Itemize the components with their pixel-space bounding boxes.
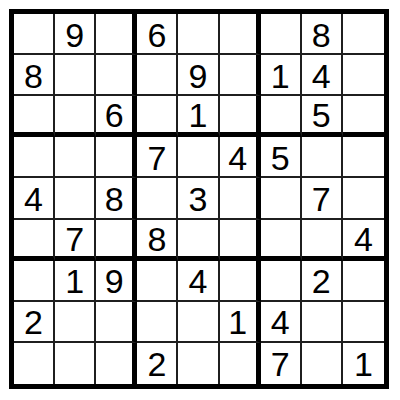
given-digit: 4	[24, 182, 43, 216]
given-digit: 2	[24, 305, 43, 339]
given-digit: 1	[354, 347, 373, 381]
cell-r4c5[interactable]	[178, 137, 219, 178]
cell-r8c9[interactable]	[343, 302, 384, 343]
cell-r1c7[interactable]	[261, 14, 302, 55]
cell-r8c4[interactable]	[137, 302, 178, 343]
given-digit: 4	[228, 141, 247, 175]
cell-r2c4[interactable]	[137, 55, 178, 96]
cell-r6c3[interactable]	[96, 220, 137, 261]
cell-r2c8[interactable]: 4	[302, 55, 343, 96]
cell-r2c9[interactable]	[343, 55, 384, 96]
cell-r4c9[interactable]	[343, 137, 384, 178]
cell-r7c6[interactable]	[220, 261, 261, 302]
cell-r1c6[interactable]	[220, 14, 261, 55]
cell-r6c9[interactable]: 4	[343, 220, 384, 261]
cell-r4c3[interactable]	[96, 137, 137, 178]
cell-r2c1[interactable]: 8	[14, 55, 55, 96]
cell-r6c2[interactable]: 7	[55, 220, 96, 261]
cell-r5c5[interactable]: 3	[178, 178, 219, 219]
given-digit: 1	[271, 59, 290, 93]
given-digit: 1	[65, 264, 84, 298]
cell-r2c2[interactable]	[55, 55, 96, 96]
cell-r1c2[interactable]: 9	[55, 14, 96, 55]
given-digit: 9	[65, 18, 84, 52]
cell-r7c8[interactable]: 2	[302, 261, 343, 302]
cell-r6c7[interactable]	[261, 220, 302, 261]
cell-r4c4[interactable]: 7	[137, 137, 178, 178]
cell-r5c4[interactable]	[137, 178, 178, 219]
given-digit: 7	[65, 222, 84, 256]
cell-r7c2[interactable]: 1	[55, 261, 96, 302]
cell-r3c1[interactable]	[14, 96, 55, 137]
cell-r3c4[interactable]	[137, 96, 178, 137]
given-digit: 1	[189, 98, 208, 132]
cell-r9c7[interactable]: 7	[261, 343, 302, 384]
cell-r9c9[interactable]: 1	[343, 343, 384, 384]
cell-r9c2[interactable]	[55, 343, 96, 384]
cell-r9c3[interactable]	[96, 343, 137, 384]
given-digit: 4	[354, 222, 373, 256]
cell-r2c3[interactable]	[96, 55, 137, 96]
given-digit: 4	[189, 264, 208, 298]
cell-r8c2[interactable]	[55, 302, 96, 343]
given-digit: 4	[271, 305, 290, 339]
cell-r1c9[interactable]	[343, 14, 384, 55]
cell-r1c3[interactable]	[96, 14, 137, 55]
given-digit: 9	[189, 59, 208, 93]
cell-r2c5[interactable]: 9	[178, 55, 219, 96]
cell-r6c6[interactable]	[220, 220, 261, 261]
given-digit: 6	[105, 98, 124, 132]
sudoku-screenshot: 968891461574548377841942214271	[0, 0, 400, 400]
given-digit: 7	[271, 347, 290, 381]
cell-r9c1[interactable]	[14, 343, 55, 384]
given-digit: 9	[105, 264, 124, 298]
cell-r2c7[interactable]: 1	[261, 55, 302, 96]
cell-r3c2[interactable]	[55, 96, 96, 137]
given-digit: 2	[312, 264, 331, 298]
cell-r4c6[interactable]: 4	[220, 137, 261, 178]
cell-r5c1[interactable]: 4	[14, 178, 55, 219]
given-digit: 4	[312, 59, 331, 93]
sudoku-board: 968891461574548377841942214271	[9, 9, 389, 389]
cell-r5c3[interactable]: 8	[96, 178, 137, 219]
cell-r4c7[interactable]: 5	[261, 137, 302, 178]
cell-r8c3[interactable]	[96, 302, 137, 343]
given-digit: 5	[312, 98, 331, 132]
cell-r8c5[interactable]	[178, 302, 219, 343]
cell-r5c7[interactable]	[261, 178, 302, 219]
cell-r4c8[interactable]	[302, 137, 343, 178]
cell-r3c3[interactable]: 6	[96, 96, 137, 137]
cell-r9c4[interactable]: 2	[137, 343, 178, 384]
cell-r3c7[interactable]	[261, 96, 302, 137]
cell-r7c7[interactable]	[261, 261, 302, 302]
cell-r9c5[interactable]	[178, 343, 219, 384]
cell-r8c8[interactable]	[302, 302, 343, 343]
cell-r2c6[interactable]	[220, 55, 261, 96]
cell-r7c9[interactable]	[343, 261, 384, 302]
cell-r7c4[interactable]	[137, 261, 178, 302]
cell-r8c7[interactable]: 4	[261, 302, 302, 343]
given-digit: 7	[312, 182, 331, 216]
cell-r3c9[interactable]	[343, 96, 384, 137]
cell-r3c5[interactable]: 1	[178, 96, 219, 137]
cell-r7c3[interactable]: 9	[96, 261, 137, 302]
given-digit: 8	[147, 222, 166, 256]
cell-r6c8[interactable]	[302, 220, 343, 261]
cell-r5c6[interactable]	[220, 178, 261, 219]
cell-r3c8[interactable]: 5	[302, 96, 343, 137]
cell-r5c8[interactable]: 7	[302, 178, 343, 219]
cell-r4c2[interactable]	[55, 137, 96, 178]
cell-r5c2[interactable]	[55, 178, 96, 219]
cell-r8c6[interactable]: 1	[220, 302, 261, 343]
given-digit: 5	[271, 141, 290, 175]
given-digit: 8	[312, 18, 331, 52]
given-digit: 2	[147, 347, 166, 381]
cell-r1c8[interactable]: 8	[302, 14, 343, 55]
cell-r7c5[interactable]: 4	[178, 261, 219, 302]
given-digit: 8	[24, 59, 43, 93]
cell-r1c4[interactable]: 6	[137, 14, 178, 55]
cell-r5c9[interactable]	[343, 178, 384, 219]
cell-r7c1[interactable]	[14, 261, 55, 302]
cell-r3c6[interactable]	[220, 96, 261, 137]
cell-r1c5[interactable]	[178, 14, 219, 55]
cell-r6c4[interactable]: 8	[137, 220, 178, 261]
cell-r6c5[interactable]	[178, 220, 219, 261]
given-digit: 6	[147, 18, 166, 52]
cell-r9c6[interactable]	[220, 343, 261, 384]
given-digit: 3	[189, 182, 208, 216]
cell-r6c1[interactable]	[14, 220, 55, 261]
cell-r4c1[interactable]	[14, 137, 55, 178]
given-digit: 1	[228, 305, 247, 339]
given-digit: 7	[147, 141, 166, 175]
cell-r9c8[interactable]	[302, 343, 343, 384]
given-digit: 8	[105, 182, 124, 216]
cell-r8c1[interactable]: 2	[14, 302, 55, 343]
cell-r1c1[interactable]	[14, 14, 55, 55]
